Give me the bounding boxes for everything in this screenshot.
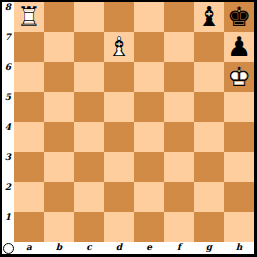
white-rook-icon: ♖	[14, 2, 44, 32]
square-g6[interactable]	[194, 62, 224, 92]
square-a3[interactable]	[14, 152, 44, 182]
black-king-icon: ♚	[224, 2, 254, 32]
piece-black-bishop[interactable]: ♝	[194, 2, 224, 32]
rank-label-1: 1	[2, 212, 14, 242]
square-g8[interactable]: ♝	[194, 2, 224, 32]
square-h5[interactable]	[224, 92, 254, 122]
file-label-g: g	[194, 242, 224, 254]
rank-label-2: 2	[2, 182, 14, 212]
square-e7[interactable]	[134, 32, 164, 62]
square-g5[interactable]	[194, 92, 224, 122]
square-h1[interactable]	[224, 212, 254, 242]
square-c2[interactable]	[74, 182, 104, 212]
square-a5[interactable]	[14, 92, 44, 122]
black-bishop-icon: ♝	[194, 2, 224, 32]
square-f8[interactable]	[164, 2, 194, 32]
rank-label-4: 4	[2, 122, 14, 152]
square-h7[interactable]: ♟	[224, 32, 254, 62]
square-d5[interactable]	[104, 92, 134, 122]
square-e1[interactable]	[134, 212, 164, 242]
square-a6[interactable]	[14, 62, 44, 92]
square-f1[interactable]	[164, 212, 194, 242]
file-label-c: c	[74, 242, 104, 254]
white-bishop-icon: ♗	[104, 32, 134, 62]
square-d8[interactable]	[104, 2, 134, 32]
square-d7[interactable]: ♝♗	[104, 32, 134, 62]
diagram-inner: 87654321 ♜♖♝♚♝♗♟♚♔ abcdefgh	[2, 2, 254, 254]
square-e3[interactable]	[134, 152, 164, 182]
square-d4[interactable]	[104, 122, 134, 152]
square-e4[interactable]	[134, 122, 164, 152]
square-g1[interactable]	[194, 212, 224, 242]
rank-labels: 87654321	[2, 2, 14, 242]
white-king-icon: ♔	[224, 62, 254, 92]
square-d2[interactable]	[104, 182, 134, 212]
square-e2[interactable]	[134, 182, 164, 212]
square-e6[interactable]	[134, 62, 164, 92]
square-d3[interactable]	[104, 152, 134, 182]
square-e8[interactable]	[134, 2, 164, 32]
piece-white-rook[interactable]: ♜♖	[14, 2, 44, 32]
square-d6[interactable]	[104, 62, 134, 92]
file-label-d: d	[104, 242, 134, 254]
rank-label-6: 6	[2, 62, 14, 92]
square-f6[interactable]	[164, 62, 194, 92]
square-c8[interactable]	[74, 2, 104, 32]
square-b5[interactable]	[44, 92, 74, 122]
file-label-a: a	[14, 242, 44, 254]
square-c6[interactable]	[74, 62, 104, 92]
rank-label-5: 5	[2, 92, 14, 122]
square-a1[interactable]	[14, 212, 44, 242]
board: ♜♖♝♚♝♗♟♚♔	[14, 2, 254, 242]
square-e5[interactable]	[134, 92, 164, 122]
piece-white-bishop[interactable]: ♝♗	[104, 32, 134, 62]
square-a7[interactable]	[14, 32, 44, 62]
square-c5[interactable]	[74, 92, 104, 122]
file-label-b: b	[44, 242, 74, 254]
square-b3[interactable]	[44, 152, 74, 182]
square-b8[interactable]	[44, 2, 74, 32]
square-g4[interactable]	[194, 122, 224, 152]
rank-label-8: 8	[2, 2, 14, 32]
file-label-e: e	[134, 242, 164, 254]
square-c3[interactable]	[74, 152, 104, 182]
square-a2[interactable]	[14, 182, 44, 212]
chess-diagram: 87654321 ♜♖♝♚♝♗♟♚♔ abcdefgh	[0, 0, 257, 257]
square-f4[interactable]	[164, 122, 194, 152]
square-h4[interactable]	[224, 122, 254, 152]
black-pawn-icon: ♟	[224, 32, 254, 62]
white-to-move-indicator	[3, 243, 14, 254]
file-label-f: f	[164, 242, 194, 254]
square-a8[interactable]: ♜♖	[14, 2, 44, 32]
piece-black-king[interactable]: ♚	[224, 2, 254, 32]
square-c7[interactable]	[74, 32, 104, 62]
square-h8[interactable]: ♚	[224, 2, 254, 32]
square-h2[interactable]	[224, 182, 254, 212]
square-b7[interactable]	[44, 32, 74, 62]
square-f3[interactable]	[164, 152, 194, 182]
square-b1[interactable]	[44, 212, 74, 242]
square-d1[interactable]	[104, 212, 134, 242]
square-b2[interactable]	[44, 182, 74, 212]
piece-white-king[interactable]: ♚♔	[224, 62, 254, 92]
file-label-h: h	[224, 242, 254, 254]
square-g2[interactable]	[194, 182, 224, 212]
file-labels: abcdefgh	[14, 242, 254, 254]
square-h6[interactable]: ♚♔	[224, 62, 254, 92]
square-g7[interactable]	[194, 32, 224, 62]
square-f7[interactable]	[164, 32, 194, 62]
square-b4[interactable]	[44, 122, 74, 152]
piece-black-pawn[interactable]: ♟	[224, 32, 254, 62]
square-f5[interactable]	[164, 92, 194, 122]
square-c4[interactable]	[74, 122, 104, 152]
square-c1[interactable]	[74, 212, 104, 242]
square-b6[interactable]	[44, 62, 74, 92]
square-g3[interactable]	[194, 152, 224, 182]
square-h3[interactable]	[224, 152, 254, 182]
square-a4[interactable]	[14, 122, 44, 152]
rank-label-7: 7	[2, 32, 14, 62]
square-f2[interactable]	[164, 182, 194, 212]
rank-label-3: 3	[2, 152, 14, 182]
